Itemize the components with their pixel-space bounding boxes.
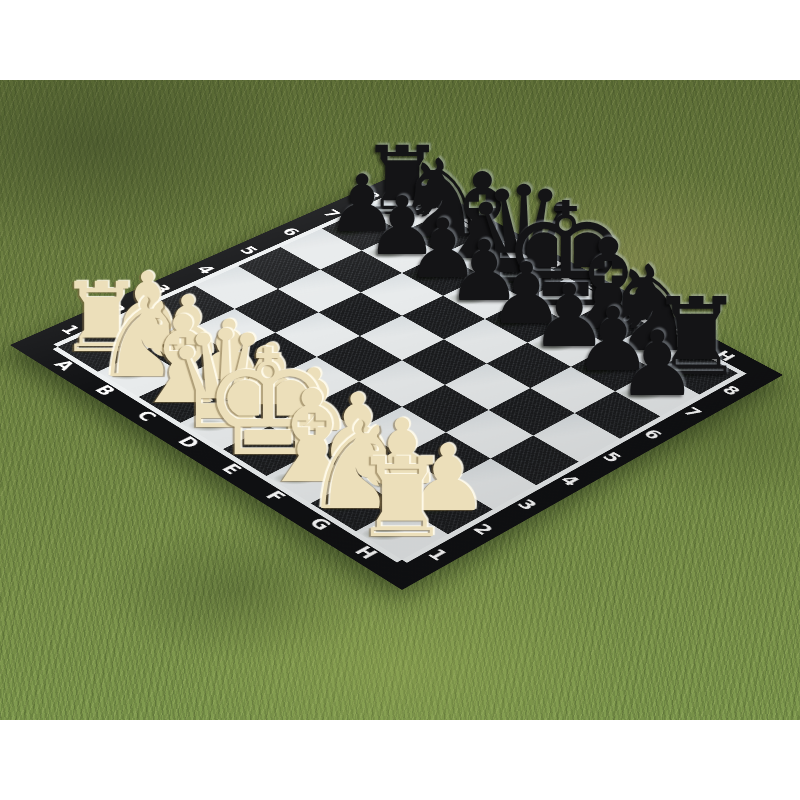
product-photo-canvas: ABCDEFGH 87654321 87654321 ABCDEFGH ♜♟♞♟… — [0, 0, 800, 800]
outdoor-photo: ABCDEFGH 87654321 87654321 ABCDEFGH ♜♟♞♟… — [0, 80, 800, 720]
